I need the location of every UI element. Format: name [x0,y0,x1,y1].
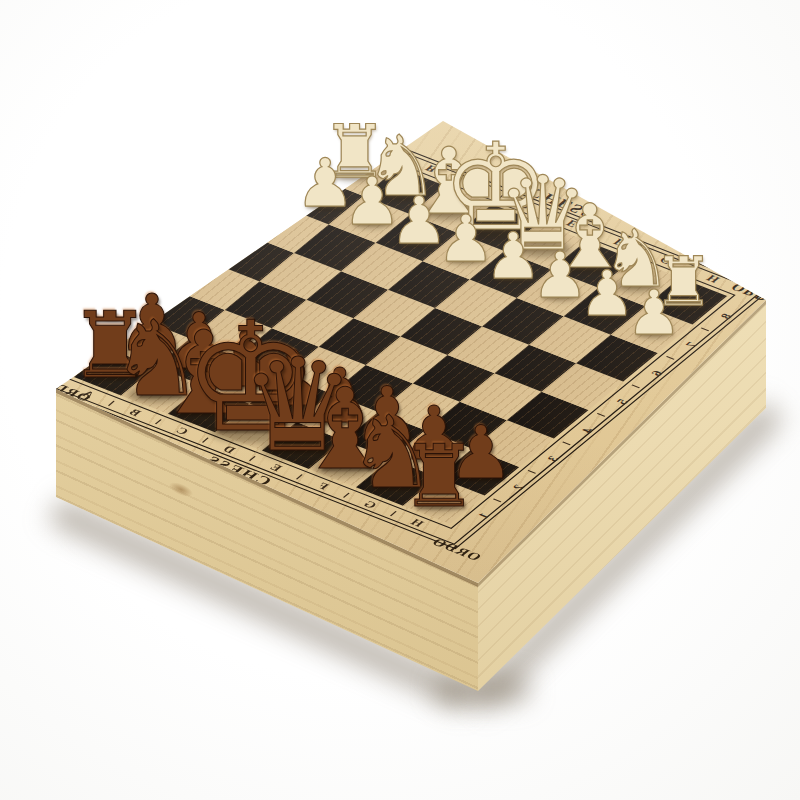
piece-black-rook-h1[interactable]: ♜ [396,428,482,510]
rank-label-left-5: 5 [198,233,230,253]
coord-tick [196,256,204,260]
chess-box-photo: AABBCCDDEEFFGGHH1122334455667788 CHESS C… [0,0,800,800]
rank-label-left-6: 6 [232,204,264,224]
piece-white-pawn-h7[interactable]: ♟ [623,278,685,337]
coord-tick [265,199,273,203]
coord-tick [230,228,238,232]
